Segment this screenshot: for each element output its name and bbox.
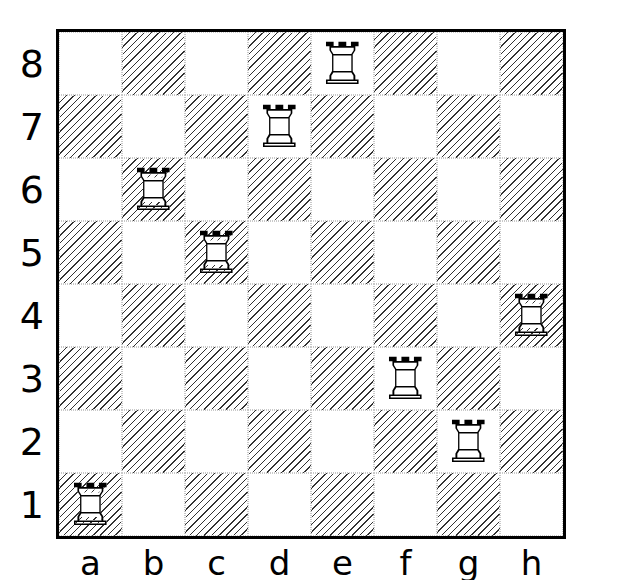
white-rook-d7[interactable]: ♜♖ [248, 95, 311, 158]
piece-glyph: ♖ [500, 284, 563, 347]
square-b8[interactable] [122, 32, 185, 95]
square-c5[interactable]: ♜♖ [185, 221, 248, 284]
square-g3[interactable] [437, 347, 500, 410]
square-f6[interactable] [374, 158, 437, 221]
square-f7[interactable] [374, 95, 437, 158]
square-h5[interactable] [500, 221, 563, 284]
white-rook-c5[interactable]: ♜♖ [185, 221, 248, 284]
square-b5[interactable] [122, 221, 185, 284]
square-d8[interactable] [248, 32, 311, 95]
piece-glyph: ♖ [122, 158, 185, 221]
file-label-f: f [374, 539, 437, 580]
piece-glyph: ♖ [437, 410, 500, 473]
square-e1[interactable] [311, 473, 374, 536]
square-a1[interactable]: ♜♖ [59, 473, 122, 536]
square-g8[interactable] [437, 32, 500, 95]
square-h4[interactable]: ♜♖ [500, 284, 563, 347]
square-a6[interactable] [59, 158, 122, 221]
square-b7[interactable] [122, 95, 185, 158]
file-label-a: a [59, 539, 122, 580]
piece-glyph: ♖ [374, 347, 437, 410]
square-b1[interactable] [122, 473, 185, 536]
square-a8[interactable] [59, 32, 122, 95]
rank-label-6: 6 [0, 158, 56, 221]
white-rook-h4[interactable]: ♜♖ [500, 284, 563, 347]
square-h6[interactable] [500, 158, 563, 221]
square-a3[interactable] [59, 347, 122, 410]
square-e8[interactable]: ♜♖ [311, 32, 374, 95]
square-c4[interactable] [185, 284, 248, 347]
square-f1[interactable] [374, 473, 437, 536]
piece-glyph: ♖ [185, 221, 248, 284]
rank-labels: 87654321 [0, 29, 56, 539]
square-e2[interactable] [311, 410, 374, 473]
square-e5[interactable] [311, 221, 374, 284]
square-h7[interactable] [500, 95, 563, 158]
square-b4[interactable] [122, 284, 185, 347]
square-a2[interactable] [59, 410, 122, 473]
square-e4[interactable] [311, 284, 374, 347]
rank-label-1: 1 [0, 473, 56, 536]
square-c2[interactable] [185, 410, 248, 473]
square-g2[interactable]: ♜♖ [437, 410, 500, 473]
square-f8[interactable] [374, 32, 437, 95]
square-f2[interactable] [374, 410, 437, 473]
square-d6[interactable] [248, 158, 311, 221]
square-g7[interactable] [437, 95, 500, 158]
square-h1[interactable] [500, 473, 563, 536]
chess-diagram: 87654321 ♜♖♜♖♜♖♜♖♜♖♜♖♜♖♜♖ abcdefgh [0, 0, 624, 580]
square-h2[interactable] [500, 410, 563, 473]
white-rook-g2[interactable]: ♜♖ [437, 410, 500, 473]
square-h3[interactable] [500, 347, 563, 410]
file-label-e: e [311, 539, 374, 580]
square-c7[interactable] [185, 95, 248, 158]
square-a4[interactable] [59, 284, 122, 347]
square-b3[interactable] [122, 347, 185, 410]
square-f5[interactable] [374, 221, 437, 284]
file-label-h: h [500, 539, 563, 580]
file-label-c: c [185, 539, 248, 580]
file-label-g: g [437, 539, 500, 580]
square-a7[interactable] [59, 95, 122, 158]
square-e7[interactable] [311, 95, 374, 158]
white-rook-e8[interactable]: ♜♖ [311, 32, 374, 95]
square-d2[interactable] [248, 410, 311, 473]
square-c6[interactable] [185, 158, 248, 221]
square-h8[interactable] [500, 32, 563, 95]
square-b6[interactable]: ♜♖ [122, 158, 185, 221]
piece-glyph: ♖ [59, 473, 122, 536]
file-label-b: b [122, 539, 185, 580]
file-labels: abcdefgh [56, 539, 566, 580]
square-g6[interactable] [437, 158, 500, 221]
square-d7[interactable]: ♜♖ [248, 95, 311, 158]
square-c1[interactable] [185, 473, 248, 536]
square-g1[interactable] [437, 473, 500, 536]
square-d5[interactable] [248, 221, 311, 284]
square-d3[interactable] [248, 347, 311, 410]
square-e6[interactable] [311, 158, 374, 221]
square-e3[interactable] [311, 347, 374, 410]
rank-label-8: 8 [0, 32, 56, 95]
piece-glyph: ♖ [311, 32, 374, 95]
square-f4[interactable] [374, 284, 437, 347]
rank-label-5: 5 [0, 221, 56, 284]
square-d1[interactable] [248, 473, 311, 536]
square-c8[interactable] [185, 32, 248, 95]
white-rook-b6[interactable]: ♜♖ [122, 158, 185, 221]
white-rook-a1[interactable]: ♜♖ [59, 473, 122, 536]
square-a5[interactable] [59, 221, 122, 284]
rank-label-3: 3 [0, 347, 56, 410]
square-g4[interactable] [437, 284, 500, 347]
file-label-d: d [248, 539, 311, 580]
square-g5[interactable] [437, 221, 500, 284]
square-b2[interactable] [122, 410, 185, 473]
rank-label-4: 4 [0, 284, 56, 347]
square-f3[interactable]: ♜♖ [374, 347, 437, 410]
chess-board: ♜♖♜♖♜♖♜♖♜♖♜♖♜♖♜♖ [56, 29, 566, 539]
square-d4[interactable] [248, 284, 311, 347]
rank-label-2: 2 [0, 410, 56, 473]
white-rook-f3[interactable]: ♜♖ [374, 347, 437, 410]
piece-glyph: ♖ [248, 95, 311, 158]
square-c3[interactable] [185, 347, 248, 410]
rank-label-7: 7 [0, 95, 56, 158]
